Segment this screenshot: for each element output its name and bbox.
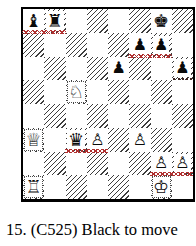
square-c3: ♛ — [66, 128, 87, 152]
square-f6 — [129, 57, 150, 81]
square-c1 — [66, 175, 87, 199]
square-f2 — [129, 152, 150, 176]
square-h5 — [172, 80, 193, 104]
square-g3 — [151, 128, 172, 152]
square-e6: ♟ — [108, 57, 129, 81]
square-b1 — [44, 175, 65, 199]
square-e7 — [108, 33, 129, 57]
square-g4 — [151, 104, 172, 128]
diagram-caption: 15. (C525) Black to move — [6, 220, 196, 240]
square-f5 — [129, 80, 150, 104]
square-b4 — [44, 104, 65, 128]
square-e2 — [108, 152, 129, 176]
square-a1: ♖ — [23, 175, 44, 199]
square-d4 — [87, 104, 108, 128]
square-f8 — [129, 9, 150, 33]
square-g1: ♔ — [151, 175, 172, 199]
square-c8 — [66, 9, 87, 33]
square-b2 — [44, 152, 65, 176]
square-f3: ♙ — [129, 128, 150, 152]
square-h7 — [172, 33, 193, 57]
square-d5 — [87, 80, 108, 104]
white-queen-a3: ♕ — [26, 130, 42, 150]
square-d6 — [87, 57, 108, 81]
square-g6 — [151, 57, 172, 81]
red-squiggle-g2-h2 — [150, 172, 194, 176]
dotted-highlight-box-g1: ♔ — [152, 176, 171, 198]
square-a5 — [23, 80, 44, 104]
black-rook-b8: ♜ — [46, 11, 64, 31]
square-a8: ♝ — [23, 9, 44, 33]
square-h8 — [172, 9, 193, 33]
square-b3 — [44, 128, 65, 152]
square-d2 — [87, 152, 108, 176]
black-pawn-f7: ♟ — [133, 36, 147, 54]
square-c2 — [66, 152, 87, 176]
black-bishop-a8: ♝ — [26, 11, 42, 31]
square-c6 — [66, 57, 87, 81]
square-h3 — [172, 128, 193, 152]
square-h6: ♟ — [172, 57, 193, 81]
square-e8 — [108, 9, 129, 33]
black-queen-c3: ♛ — [67, 130, 85, 150]
square-c7 — [66, 33, 87, 57]
square-d7 — [87, 33, 108, 57]
white-pawn-f3: ♙ — [133, 131, 147, 149]
square-e1 — [108, 175, 129, 199]
white-rook-a1: ♖ — [26, 177, 42, 197]
square-a6 — [23, 57, 44, 81]
square-a3: ♕ — [23, 128, 44, 152]
black-pawn-g7: ♟ — [153, 36, 169, 54]
dotted-highlight-box-a1: ♖ — [24, 176, 43, 198]
square-g8: ♚ — [151, 9, 172, 33]
square-b5 — [44, 80, 65, 104]
square-f4 — [129, 104, 150, 128]
white-knight-c5: ♘ — [68, 82, 84, 102]
square-f7: ♟ — [129, 33, 150, 57]
black-king-g8: ♚ — [153, 11, 169, 31]
square-a4 — [23, 104, 44, 128]
square-b7 — [44, 33, 65, 57]
square-a7 — [23, 33, 44, 57]
square-g5 — [151, 80, 172, 104]
dotted-highlight-box-c5: ♘ — [67, 81, 86, 103]
black-pawn-e6: ♟ — [111, 59, 125, 77]
chess-board: ♝♜♚♟♟♟♟♘♕♛♙♙♙♙♖♔ — [21, 7, 195, 202]
red-squiggle-c3-d3 — [65, 149, 109, 153]
white-pawn-d3: ♙ — [90, 131, 104, 149]
square-e5 — [108, 80, 129, 104]
white-king-g1: ♔ — [153, 177, 169, 197]
square-d1 — [87, 175, 108, 199]
square-e4 — [108, 104, 129, 128]
square-h4 — [172, 104, 193, 128]
white-pawn-h2: ♙ — [174, 154, 190, 172]
black-pawn-h6: ♟ — [174, 59, 190, 77]
dotted-highlight-box-a3: ♕ — [24, 129, 43, 151]
square-e3 — [108, 128, 129, 152]
square-a2 — [23, 152, 44, 176]
square-c5: ♘ — [66, 80, 87, 104]
square-g2: ♙ — [151, 152, 172, 176]
white-pawn-g2: ♙ — [154, 154, 168, 172]
square-f1 — [129, 175, 150, 199]
red-squiggle-a8-b8 — [22, 30, 66, 34]
square-d8 — [87, 9, 108, 33]
square-c4 — [66, 104, 87, 128]
square-b6 — [44, 57, 65, 81]
red-squiggle-f7-g7 — [128, 54, 172, 58]
square-h1 — [172, 175, 193, 199]
dotted-underline-h6 — [173, 78, 193, 80]
